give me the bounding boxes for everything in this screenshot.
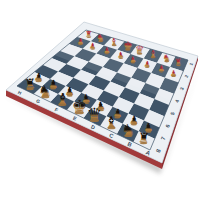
piece-white-pawn-g2[interactable]: ♟	[89, 41, 96, 50]
piece-white-pawn-h2[interactable]: ♟	[77, 37, 85, 46]
svg-text:♚: ♚	[72, 96, 88, 117]
svg-text:♟: ♟	[158, 64, 165, 73]
svg-text:♝: ♝	[149, 48, 157, 59]
svg-text:♝: ♝	[104, 113, 118, 131]
piece-white-king-e1[interactable]: ♚	[123, 39, 133, 52]
piece-white-pawn-c2[interactable]: ♟	[143, 59, 151, 68]
piece-black-knight-b8[interactable]: ♞	[121, 121, 136, 140]
svg-text:♟: ♟	[117, 50, 124, 59]
svg-text:♟: ♟	[89, 41, 96, 50]
svg-text:♝: ♝	[55, 90, 70, 109]
svg-text:♟: ♟	[77, 37, 85, 46]
piece-black-rook-a8[interactable]: ♜	[137, 130, 150, 146]
svg-text:♜: ♜	[174, 57, 182, 67]
piece-white-queen-d1[interactable]: ♛	[135, 43, 145, 55]
svg-text:♛: ♛	[135, 43, 145, 55]
piece-white-pawn-e2[interactable]: ♟	[117, 50, 124, 59]
piece-black-bishop-c8[interactable]: ♝	[104, 113, 118, 131]
piece-white-bishop-c1[interactable]: ♝	[149, 48, 157, 59]
piece-black-king-e8[interactable]: ♚	[72, 96, 88, 117]
piece-white-bishop-f1[interactable]: ♝	[109, 36, 118, 48]
piece-white-rook-a1[interactable]: ♜	[174, 57, 182, 67]
svg-text:♜: ♜	[24, 76, 36, 91]
svg-text:♟: ♟	[170, 69, 177, 78]
piece-black-queen-d8[interactable]: ♛	[87, 104, 102, 124]
svg-text:♞: ♞	[162, 52, 171, 63]
piece-white-knight-g1[interactable]: ♞	[96, 32, 105, 43]
piece-white-pawn-b2[interactable]: ♟	[158, 64, 165, 73]
svg-text:♛: ♛	[87, 104, 102, 124]
svg-text:♜: ♜	[85, 29, 92, 39]
svg-text:♞: ♞	[38, 82, 53, 101]
piece-white-knight-b1[interactable]: ♞	[162, 52, 171, 63]
piece-black-knight-g8[interactable]: ♞	[38, 82, 53, 101]
piece-black-rook-h8[interactable]: ♜	[24, 76, 36, 91]
piece-white-pawn-d2[interactable]: ♟	[129, 55, 137, 64]
svg-text:♟: ♟	[129, 55, 137, 64]
piece-white-rook-h1[interactable]: ♜	[85, 29, 92, 39]
svg-text:♞: ♞	[96, 32, 105, 43]
piece-white-pawn-f2[interactable]: ♟	[103, 46, 110, 55]
svg-text:♚: ♚	[123, 39, 133, 52]
svg-text:♝: ♝	[109, 36, 118, 48]
piece-black-bishop-f8[interactable]: ♝	[55, 90, 70, 109]
svg-text:♟: ♟	[143, 59, 151, 68]
piece-white-pawn-a2[interactable]: ♟	[170, 69, 177, 78]
chess-set-photo: ABCDEFGH12345678 ♜♞♟♝♟♚♛♟♝♟♞♟♜♟♟♟♟♟♜♟♞♟♝…	[0, 0, 200, 200]
svg-text:♞: ♞	[121, 121, 136, 140]
chess-board-scene: ABCDEFGH12345678 ♜♞♟♝♟♚♛♟♝♟♞♟♜♟♟♟♟♟♜♟♞♟♝…	[0, 0, 200, 200]
svg-text:♜: ♜	[137, 130, 150, 146]
svg-text:♟: ♟	[103, 46, 110, 55]
